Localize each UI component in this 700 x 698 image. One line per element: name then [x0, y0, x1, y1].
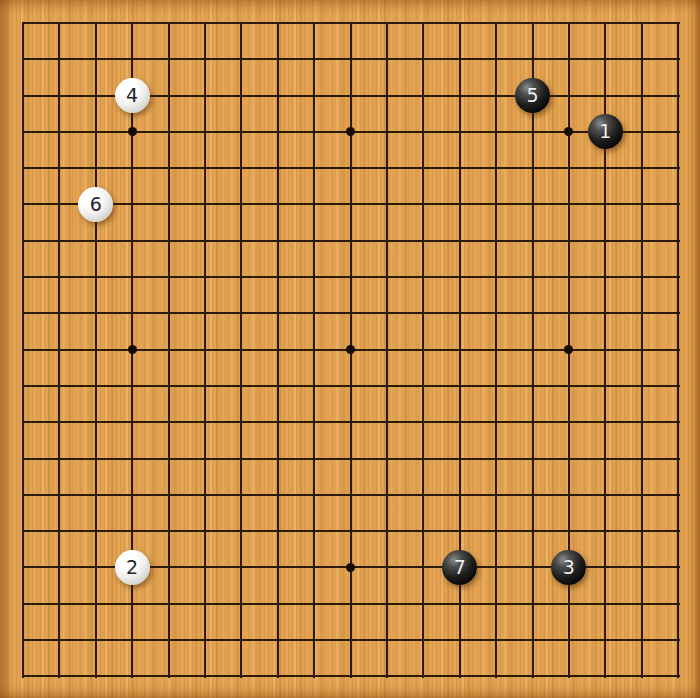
move-number: 5	[526, 86, 538, 105]
star-point	[564, 345, 573, 354]
star-point	[128, 345, 137, 354]
move-number: 1	[599, 122, 611, 141]
stone-black-3[interactable]: 3	[551, 550, 586, 585]
star-point	[346, 345, 355, 354]
go-board[interactable]: 1234567	[0, 0, 700, 698]
stone-white-6[interactable]: 6	[78, 187, 113, 222]
board-grid: 1234567	[5, 5, 696, 695]
star-point	[564, 127, 573, 136]
move-number: 3	[563, 558, 575, 577]
star-point	[128, 127, 137, 136]
move-number: 7	[454, 558, 466, 577]
star-point	[346, 127, 355, 136]
stone-black-5[interactable]: 5	[515, 78, 550, 113]
stone-black-1[interactable]: 1	[588, 114, 623, 149]
stone-white-4[interactable]: 4	[115, 78, 150, 113]
move-number: 4	[126, 86, 138, 105]
move-number: 6	[90, 195, 102, 214]
stone-white-2[interactable]: 2	[115, 550, 150, 585]
stone-black-7[interactable]: 7	[442, 550, 477, 585]
star-point	[346, 563, 355, 572]
move-number: 2	[126, 558, 138, 577]
